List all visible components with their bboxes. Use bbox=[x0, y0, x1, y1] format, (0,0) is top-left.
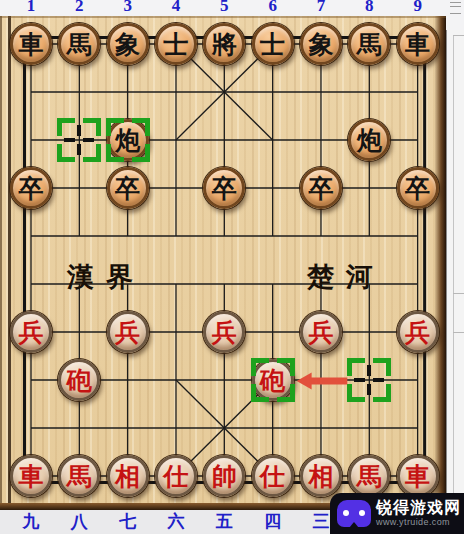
top-column-label: 3 bbox=[115, 0, 141, 15]
piece-red-兵[interactable]: 兵 bbox=[10, 311, 52, 353]
board-intersection: 象 bbox=[103, 20, 151, 68]
panel-grip-icon bbox=[450, 2, 461, 14]
watermark-url: www.ytruide.com bbox=[376, 518, 461, 527]
piece-red-兵[interactable]: 兵 bbox=[397, 311, 439, 353]
game-controller-logo-icon bbox=[337, 500, 371, 527]
piece-red-仕[interactable]: 仕 bbox=[155, 455, 197, 497]
move-marker-bracket bbox=[251, 358, 295, 402]
board-intersection: 車 bbox=[7, 452, 55, 500]
board-intersection: 象 bbox=[297, 20, 345, 68]
board-intersection bbox=[345, 356, 393, 404]
crosshair-cursor-icon bbox=[64, 125, 94, 155]
top-column-label: 7 bbox=[308, 0, 334, 15]
side-panel-line bbox=[453, 36, 454, 534]
piece-red-相[interactable]: 相 bbox=[300, 455, 342, 497]
piece-red-車[interactable]: 車 bbox=[397, 455, 439, 497]
piece-grid: 車馬象士將士象馬車炮炮卒卒卒卒卒兵兵兵兵兵砲砲車馬相仕帥仕相馬車 bbox=[7, 20, 442, 500]
board-intersection: 士 bbox=[248, 20, 296, 68]
bottom-column-label: 四 bbox=[260, 513, 286, 531]
board-intersection: 炮 bbox=[103, 116, 151, 164]
board-intersection: 帥 bbox=[200, 452, 248, 500]
piece-black-卒[interactable]: 卒 bbox=[107, 167, 149, 209]
board-intersection: 兵 bbox=[7, 308, 55, 356]
board-intersection: 馬 bbox=[55, 20, 103, 68]
bottom-column-label: 七 bbox=[115, 513, 141, 531]
board-intersection: 將 bbox=[200, 20, 248, 68]
side-panel-line bbox=[453, 293, 464, 294]
piece-black-車[interactable]: 車 bbox=[10, 23, 52, 65]
watermark: 锐得游戏网 www.ytruide.com bbox=[330, 493, 464, 534]
board-intersection: 卒 bbox=[103, 164, 151, 212]
side-panel-line bbox=[453, 35, 464, 36]
top-column-label: 6 bbox=[260, 0, 286, 15]
watermark-site-name: 锐得游戏网 bbox=[376, 500, 461, 516]
piece-black-卒[interactable]: 卒 bbox=[203, 167, 245, 209]
board-intersection: 砲 bbox=[55, 356, 103, 404]
bottom-column-label: 五 bbox=[211, 513, 237, 531]
top-column-label: 2 bbox=[66, 0, 92, 15]
piece-red-兵[interactable]: 兵 bbox=[300, 311, 342, 353]
board-intersection: 砲 bbox=[248, 356, 296, 404]
piece-black-象[interactable]: 象 bbox=[107, 23, 149, 65]
board-intersection: 馬 bbox=[55, 452, 103, 500]
board-intersection bbox=[55, 116, 103, 164]
piece-red-帥[interactable]: 帥 bbox=[203, 455, 245, 497]
board-intersection: 兵 bbox=[393, 308, 441, 356]
board-intersection: 士 bbox=[152, 20, 200, 68]
move-marker-bracket bbox=[106, 118, 150, 162]
piece-red-馬[interactable]: 馬 bbox=[58, 455, 100, 497]
piece-red-相[interactable]: 相 bbox=[107, 455, 149, 497]
board-intersection: 車 bbox=[393, 20, 441, 68]
board-intersection: 卒 bbox=[200, 164, 248, 212]
piece-black-士[interactable]: 士 bbox=[155, 23, 197, 65]
top-column-label: 8 bbox=[356, 0, 382, 15]
top-column-label: 4 bbox=[163, 0, 189, 15]
board-intersection: 馬 bbox=[345, 20, 393, 68]
top-column-label: 9 bbox=[405, 0, 431, 15]
piece-black-馬[interactable]: 馬 bbox=[58, 23, 100, 65]
board-intersection: 卒 bbox=[297, 164, 345, 212]
piece-red-兵[interactable]: 兵 bbox=[203, 311, 245, 353]
bottom-column-label: 九 bbox=[18, 513, 44, 531]
board-edge-top bbox=[0, 16, 446, 18]
board-intersection: 相 bbox=[103, 452, 151, 500]
board-intersection: 兵 bbox=[103, 308, 151, 356]
piece-black-馬[interactable]: 馬 bbox=[348, 23, 390, 65]
piece-black-車[interactable]: 車 bbox=[397, 23, 439, 65]
piece-red-砲[interactable]: 砲 bbox=[58, 359, 100, 401]
board-intersection: 卒 bbox=[7, 164, 55, 212]
board-intersection: 仕 bbox=[248, 452, 296, 500]
piece-black-卒[interactable]: 卒 bbox=[10, 167, 52, 209]
piece-black-象[interactable]: 象 bbox=[300, 23, 342, 65]
board-edge-left bbox=[0, 16, 2, 510]
piece-black-炮[interactable]: 炮 bbox=[348, 119, 390, 161]
side-panel-cropped bbox=[446, 30, 464, 534]
piece-red-兵[interactable]: 兵 bbox=[107, 311, 149, 353]
board-intersection: 兵 bbox=[297, 308, 345, 356]
board-intersection: 卒 bbox=[393, 164, 441, 212]
board-intersection: 仕 bbox=[152, 452, 200, 500]
piece-black-士[interactable]: 士 bbox=[252, 23, 294, 65]
top-column-labels: 123456789 bbox=[0, 0, 464, 16]
board-intersection: 兵 bbox=[200, 308, 248, 356]
piece-red-仕[interactable]: 仕 bbox=[252, 455, 294, 497]
board-intersection: 炮 bbox=[345, 116, 393, 164]
piece-red-車[interactable]: 車 bbox=[10, 455, 52, 497]
top-column-label: 1 bbox=[18, 0, 44, 15]
crosshair-cursor-icon bbox=[354, 365, 384, 395]
piece-black-卒[interactable]: 卒 bbox=[300, 167, 342, 209]
piece-red-馬[interactable]: 馬 bbox=[348, 455, 390, 497]
board-intersection: 車 bbox=[7, 20, 55, 68]
side-panel-line bbox=[453, 332, 464, 333]
bottom-column-label: 六 bbox=[163, 513, 189, 531]
top-column-label: 5 bbox=[211, 0, 237, 15]
piece-black-卒[interactable]: 卒 bbox=[397, 167, 439, 209]
bottom-column-label: 八 bbox=[66, 513, 92, 531]
piece-black-將[interactable]: 將 bbox=[203, 23, 245, 65]
